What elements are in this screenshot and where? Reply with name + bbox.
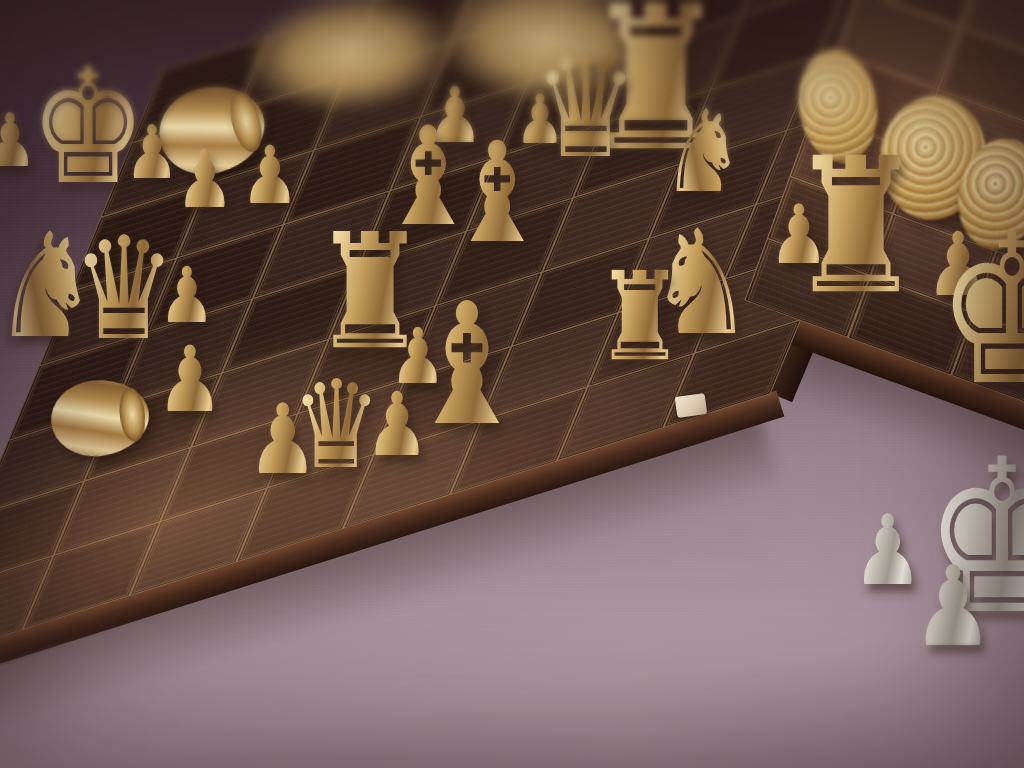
gold-king[interactable]: ♚ <box>30 63 147 190</box>
gold-pawn[interactable]: ♟ <box>247 401 318 479</box>
board-foot <box>675 393 708 418</box>
gold-pawn[interactable]: ♟ <box>176 148 235 212</box>
scene: ♟♚♟♟♟♞♛♟♟♜♟♛♟♟♝♝♝♟♟♛♜♞♜♞♟♜♟♚♟♟♚ <box>0 0 1024 768</box>
gold-queen[interactable]: ♛ <box>534 50 638 164</box>
gold-pawn[interactable]: ♟ <box>241 144 300 208</box>
gold-rook[interactable]: ♜ <box>787 152 924 302</box>
gold-rook[interactable]: ♜ <box>595 269 685 367</box>
gold-king[interactable]: ♚ <box>936 229 1024 394</box>
gold-bishop[interactable]: ♝ <box>446 138 548 249</box>
silver-pawn[interactable]: ♟ <box>912 563 994 652</box>
gold-pawn[interactable]: ♟ <box>157 344 224 417</box>
gold-knight[interactable]: ♞ <box>661 106 745 197</box>
